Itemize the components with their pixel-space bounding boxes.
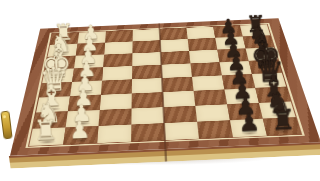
square-r0-c2[interactable] <box>105 30 133 42</box>
square-r3-c5[interactable] <box>190 62 221 77</box>
square-r7-c7[interactable]: ♜ <box>263 117 301 135</box>
piece-bR[interactable]: ♜ <box>270 106 295 134</box>
square-r7-c3[interactable] <box>131 123 165 142</box>
square-r0-c3[interactable] <box>133 29 161 41</box>
square-r2-c3[interactable] <box>132 52 161 66</box>
piece-wP[interactable]: ♟ <box>69 118 91 143</box>
square-r4-c5[interactable] <box>192 75 224 90</box>
square-r6-c3[interactable] <box>131 107 164 124</box>
piece-wR[interactable]: ♜ <box>33 116 58 144</box>
square-r7-c1[interactable]: ♟ <box>63 125 98 144</box>
square-r1-c2[interactable] <box>104 41 132 54</box>
square-r0-c5[interactable] <box>186 26 215 38</box>
square-r6-c4[interactable] <box>163 105 197 122</box>
square-r3-c4[interactable] <box>161 63 192 78</box>
square-r5-c4[interactable] <box>163 90 196 106</box>
square-r4-c3[interactable] <box>132 78 163 93</box>
square-r1-c5[interactable] <box>188 37 218 50</box>
square-r7-c4[interactable] <box>164 121 199 139</box>
piece-bP[interactable]: ♟ <box>238 110 260 135</box>
square-r7-c6[interactable]: ♟ <box>230 118 267 136</box>
square-r5-c5[interactable] <box>194 89 228 105</box>
square-r5-c2[interactable] <box>100 93 132 109</box>
square-r7-c2[interactable] <box>97 124 131 143</box>
square-r3-c2[interactable] <box>102 65 132 80</box>
square-r4-c4[interactable] <box>162 76 194 91</box>
square-r4-c2[interactable] <box>101 79 132 94</box>
square-r2-c5[interactable] <box>189 49 220 63</box>
square-r6-c5[interactable] <box>195 104 230 121</box>
square-r7-c0[interactable]: ♜ <box>29 127 65 146</box>
square-r1-c3[interactable] <box>132 40 160 53</box>
square-r1-c4[interactable] <box>160 39 189 52</box>
square-r0-c4[interactable] <box>160 27 188 39</box>
square-r7-c5[interactable] <box>197 120 233 138</box>
square-r2-c2[interactable] <box>103 53 132 67</box>
square-r2-c4[interactable] <box>161 50 191 64</box>
square-r5-c3[interactable] <box>132 92 164 108</box>
brass-clasp-icon <box>0 111 12 140</box>
chess-board: ♜♟♟♜♞♟♟♞♝♟♟♝♚♟♟♚♛♟♟♛♝♟♟♝♞♟♟♞♜♟♟♜ <box>10 18 320 155</box>
square-r6-c2[interactable] <box>98 108 131 125</box>
chess-set-photo: ♜♟♟♜♞♟♟♞♝♟♟♝♚♟♟♚♛♟♟♛♝♟♟♝♞♟♟♞♜♟♟♜ <box>0 0 320 181</box>
square-r3-c3[interactable] <box>132 64 162 79</box>
board-3d-wrapper: ♜♟♟♜♞♟♟♞♝♟♟♝♚♟♟♚♛♟♟♛♝♟♟♝♞♟♟♞♜♟♟♜ <box>10 18 320 155</box>
